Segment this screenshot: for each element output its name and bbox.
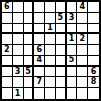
cell-r2c4-empty[interactable] [34, 13, 45, 24]
cell-r9c8-empty[interactable] [77, 88, 88, 99]
cell-r1c8-given[interactable]: 4 [77, 2, 88, 13]
cell-r9c6-empty[interactable] [56, 88, 67, 99]
cell-r8c2-empty[interactable] [13, 77, 24, 88]
cell-r6c9-empty[interactable] [88, 56, 99, 67]
cell-r3c7-empty[interactable] [67, 24, 78, 35]
cell-r6c7-given[interactable]: 5 [67, 56, 78, 67]
cell-r2c9-empty[interactable] [88, 13, 99, 24]
cell-r4c3-empty[interactable] [24, 34, 35, 45]
cell-r7c2-given[interactable]: 3 [13, 67, 24, 78]
cell-r1c6-empty[interactable] [56, 2, 67, 13]
cell-r3c9-empty[interactable] [88, 24, 99, 35]
sudoku-board: 64531122645356781 [0, 0, 101, 101]
cell-r8c9-given[interactable]: 8 [88, 77, 99, 88]
cell-r3c2-empty[interactable] [13, 24, 24, 35]
cell-r3c3-empty[interactable] [24, 24, 35, 35]
cell-r5c2-empty[interactable] [13, 45, 24, 56]
cell-r6c4-given[interactable]: 4 [34, 56, 45, 67]
cell-r8c7-empty[interactable] [67, 77, 78, 88]
cell-r1c1-given[interactable]: 6 [2, 2, 13, 13]
cell-r1c5-empty[interactable] [45, 2, 56, 13]
cell-r9c2-given[interactable]: 1 [13, 88, 24, 99]
cell-r6c1-empty[interactable] [2, 56, 13, 67]
cell-r9c5-empty[interactable] [45, 88, 56, 99]
cell-r4c7-given[interactable]: 1 [67, 34, 78, 45]
cell-r1c3-empty[interactable] [24, 2, 35, 13]
cell-r8c3-empty[interactable] [24, 77, 35, 88]
cell-r5c6-empty[interactable] [56, 45, 67, 56]
cell-r8c4-given[interactable]: 7 [34, 77, 45, 88]
cell-r2c3-empty[interactable] [24, 13, 35, 24]
cell-r6c6-empty[interactable] [56, 56, 67, 67]
cell-r5c5-empty[interactable] [45, 45, 56, 56]
cell-r9c1-empty[interactable] [2, 88, 13, 99]
cell-r2c2-empty[interactable] [13, 13, 24, 24]
cell-r8c8-empty[interactable] [77, 77, 88, 88]
cell-r7c6-empty[interactable] [56, 67, 67, 78]
cell-r9c4-empty[interactable] [34, 88, 45, 99]
cell-r8c6-empty[interactable] [56, 77, 67, 88]
cell-r5c1-given[interactable]: 2 [2, 45, 13, 56]
cell-r4c5-empty[interactable] [45, 34, 56, 45]
cell-r6c5-empty[interactable] [45, 56, 56, 67]
cell-r5c7-empty[interactable] [67, 45, 78, 56]
cell-r6c2-empty[interactable] [13, 56, 24, 67]
cell-r3c5-given[interactable]: 1 [45, 24, 56, 35]
cell-r1c9-empty[interactable] [88, 2, 99, 13]
cell-r7c1-empty[interactable] [2, 67, 13, 78]
cell-r3c4-empty[interactable] [34, 24, 45, 35]
cell-r2c8-empty[interactable] [77, 13, 88, 24]
cell-r7c7-empty[interactable] [67, 67, 78, 78]
cell-r8c1-empty[interactable] [2, 77, 13, 88]
cell-r6c3-empty[interactable] [24, 56, 35, 67]
cell-r7c8-empty[interactable] [77, 67, 88, 78]
cell-r7c3-given[interactable]: 5 [24, 67, 35, 78]
cell-r9c9-empty[interactable] [88, 88, 99, 99]
cell-r3c1-empty[interactable] [2, 24, 13, 35]
cell-r4c8-given[interactable]: 2 [77, 34, 88, 45]
cell-r5c8-empty[interactable] [77, 45, 88, 56]
cell-r2c1-empty[interactable] [2, 13, 13, 24]
cell-r1c7-empty[interactable] [67, 2, 78, 13]
cell-r1c2-empty[interactable] [13, 2, 24, 13]
cell-r2c7-given[interactable]: 3 [67, 13, 78, 24]
cell-r5c3-empty[interactable] [24, 45, 35, 56]
cell-r5c4-given[interactable]: 6 [34, 45, 45, 56]
cell-r2c5-empty[interactable] [45, 13, 56, 24]
cell-r7c5-empty[interactable] [45, 67, 56, 78]
cell-r4c4-empty[interactable] [34, 34, 45, 45]
cell-r7c9-given[interactable]: 6 [88, 67, 99, 78]
cell-r3c8-empty[interactable] [77, 24, 88, 35]
cell-r4c2-empty[interactable] [13, 34, 24, 45]
cell-r9c3-empty[interactable] [24, 88, 35, 99]
cell-r3c6-empty[interactable] [56, 24, 67, 35]
cell-r8c5-empty[interactable] [45, 77, 56, 88]
cell-r4c1-empty[interactable] [2, 34, 13, 45]
cell-r9c7-empty[interactable] [67, 88, 78, 99]
cell-r6c8-empty[interactable] [77, 56, 88, 67]
cell-r4c6-empty[interactable] [56, 34, 67, 45]
cell-r4c9-empty[interactable] [88, 34, 99, 45]
cell-r1c4-empty[interactable] [34, 2, 45, 13]
cell-r2c6-given[interactable]: 5 [56, 13, 67, 24]
cell-r5c9-empty[interactable] [88, 45, 99, 56]
cell-r7c4-empty[interactable] [34, 67, 45, 78]
